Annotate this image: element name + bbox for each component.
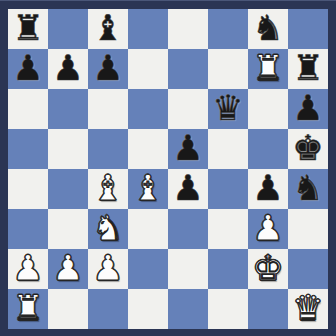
square-c2[interactable]: ♟ xyxy=(88,249,128,289)
white-pawn[interactable]: ♟ xyxy=(52,248,83,288)
square-c5[interactable] xyxy=(88,129,128,169)
white-bishop[interactable]: ♝ xyxy=(92,168,123,208)
square-b4[interactable] xyxy=(48,169,88,209)
black-pawn[interactable]: ♟ xyxy=(252,168,283,208)
square-a6[interactable] xyxy=(8,89,48,129)
square-a3[interactable] xyxy=(8,209,48,249)
square-f2[interactable] xyxy=(208,249,248,289)
square-g3[interactable]: ♟ xyxy=(248,209,288,249)
black-pawn[interactable]: ♟ xyxy=(172,128,203,168)
square-f3[interactable] xyxy=(208,209,248,249)
black-rook[interactable]: ♜ xyxy=(12,8,43,48)
square-f7[interactable] xyxy=(208,49,248,89)
square-d6[interactable] xyxy=(128,89,168,129)
square-h5[interactable]: ♚ xyxy=(288,129,328,169)
square-e4[interactable]: ♟ xyxy=(168,169,208,209)
square-h1[interactable]: ♛ xyxy=(288,289,328,329)
square-g5[interactable] xyxy=(248,129,288,169)
square-h3[interactable] xyxy=(288,209,328,249)
square-f4[interactable] xyxy=(208,169,248,209)
square-a4[interactable] xyxy=(8,169,48,209)
white-pawn[interactable]: ♟ xyxy=(92,248,123,288)
square-e7[interactable] xyxy=(168,49,208,89)
white-rook[interactable]: ♜ xyxy=(252,48,283,88)
square-c6[interactable] xyxy=(88,89,128,129)
square-f5[interactable] xyxy=(208,129,248,169)
square-g7[interactable]: ♜ xyxy=(248,49,288,89)
square-h7[interactable]: ♜ xyxy=(288,49,328,89)
square-d7[interactable] xyxy=(128,49,168,89)
chess-board-frame: ♜♝♞♟♟♟♜♜♛♟♟♚♝♝♟♟♞♞♟♟♟♟♚♜♛ xyxy=(0,0,336,336)
square-g6[interactable] xyxy=(248,89,288,129)
square-b8[interactable] xyxy=(48,9,88,49)
square-d3[interactable] xyxy=(128,209,168,249)
white-rook[interactable]: ♜ xyxy=(12,288,43,328)
black-pawn[interactable]: ♟ xyxy=(172,168,203,208)
black-rook[interactable]: ♜ xyxy=(292,48,323,88)
white-king[interactable]: ♚ xyxy=(252,248,283,288)
square-d2[interactable] xyxy=(128,249,168,289)
black-pawn[interactable]: ♟ xyxy=(12,48,43,88)
square-d4[interactable]: ♝ xyxy=(128,169,168,209)
square-b6[interactable] xyxy=(48,89,88,129)
black-pawn[interactable]: ♟ xyxy=(52,48,83,88)
square-c8[interactable]: ♝ xyxy=(88,9,128,49)
square-h4[interactable]: ♞ xyxy=(288,169,328,209)
square-d8[interactable] xyxy=(128,9,168,49)
square-b7[interactable]: ♟ xyxy=(48,49,88,89)
black-pawn[interactable]: ♟ xyxy=(92,48,123,88)
square-b5[interactable] xyxy=(48,129,88,169)
white-pawn[interactable]: ♟ xyxy=(12,248,43,288)
chess-board: ♜♝♞♟♟♟♜♜♛♟♟♚♝♝♟♟♞♞♟♟♟♟♚♜♛ xyxy=(8,9,328,329)
square-g8[interactable]: ♞ xyxy=(248,9,288,49)
square-e6[interactable] xyxy=(168,89,208,129)
square-a8[interactable]: ♜ xyxy=(8,9,48,49)
square-c4[interactable]: ♝ xyxy=(88,169,128,209)
square-b1[interactable] xyxy=(48,289,88,329)
square-b2[interactable]: ♟ xyxy=(48,249,88,289)
square-e3[interactable] xyxy=(168,209,208,249)
square-e1[interactable] xyxy=(168,289,208,329)
white-queen[interactable]: ♛ xyxy=(292,288,323,328)
square-d5[interactable] xyxy=(128,129,168,169)
square-a1[interactable]: ♜ xyxy=(8,289,48,329)
square-c1[interactable] xyxy=(88,289,128,329)
square-e5[interactable]: ♟ xyxy=(168,129,208,169)
square-d1[interactable] xyxy=(128,289,168,329)
square-f1[interactable] xyxy=(208,289,248,329)
square-a7[interactable]: ♟ xyxy=(8,49,48,89)
black-queen[interactable]: ♛ xyxy=(212,88,243,128)
square-g4[interactable]: ♟ xyxy=(248,169,288,209)
square-a2[interactable]: ♟ xyxy=(8,249,48,289)
square-c7[interactable]: ♟ xyxy=(88,49,128,89)
square-h6[interactable]: ♟ xyxy=(288,89,328,129)
square-g1[interactable] xyxy=(248,289,288,329)
black-knight[interactable]: ♞ xyxy=(252,8,283,48)
square-g2[interactable]: ♚ xyxy=(248,249,288,289)
square-h2[interactable] xyxy=(288,249,328,289)
square-f6[interactable]: ♛ xyxy=(208,89,248,129)
square-h8[interactable] xyxy=(288,9,328,49)
square-e8[interactable] xyxy=(168,9,208,49)
white-knight[interactable]: ♞ xyxy=(92,208,123,248)
black-knight[interactable]: ♞ xyxy=(292,168,323,208)
black-king[interactable]: ♚ xyxy=(292,128,323,168)
square-b3[interactable] xyxy=(48,209,88,249)
square-e2[interactable] xyxy=(168,249,208,289)
white-pawn[interactable]: ♟ xyxy=(252,208,283,248)
black-bishop[interactable]: ♝ xyxy=(92,8,123,48)
square-a5[interactable] xyxy=(8,129,48,169)
square-f8[interactable] xyxy=(208,9,248,49)
black-pawn[interactable]: ♟ xyxy=(292,88,323,128)
white-bishop[interactable]: ♝ xyxy=(132,168,163,208)
square-c3[interactable]: ♞ xyxy=(88,209,128,249)
